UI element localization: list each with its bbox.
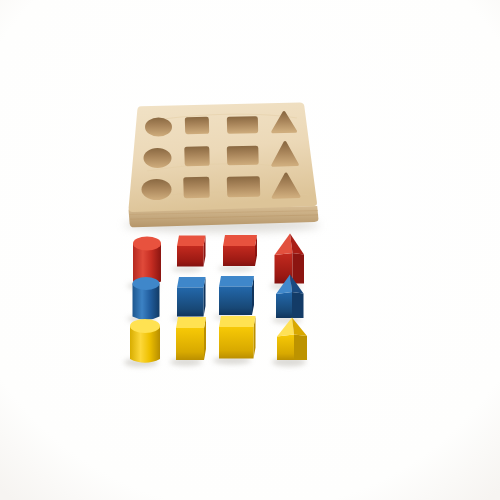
hole-square-r2[interactable] — [184, 146, 210, 166]
hole-circle-r2[interactable] — [144, 148, 172, 168]
shape-sorter-photo — [0, 0, 500, 500]
block-yellow-rectangle[interactable] — [219, 316, 256, 359]
block-yellow-cylinder[interactable] — [130, 319, 160, 363]
hole-circle-r1[interactable] — [145, 118, 172, 137]
hole-rectangle-r3[interactable] — [227, 176, 261, 197]
shadow-red-cube — [172, 266, 202, 272]
shadow-red-rectangle — [218, 265, 254, 271]
hole-square-r1[interactable] — [185, 117, 209, 135]
photo-stage — [0, 0, 500, 500]
hole-rectangle-r1[interactable] — [227, 116, 258, 134]
block-blue-rectangle[interactable] — [219, 276, 254, 315]
block-yellow-cube[interactable] — [176, 317, 206, 360]
puzzle-board — [124, 102, 320, 232]
block-blue-cube[interactable] — [177, 277, 206, 317]
block-red-rectangle[interactable] — [223, 235, 257, 266]
hole-circle-r3[interactable] — [142, 179, 172, 200]
block-red-cube[interactable] — [177, 236, 206, 267]
block-blue-cylinder[interactable] — [133, 277, 160, 320]
hole-square-r3[interactable] — [183, 177, 210, 199]
hole-rectangle-r2[interactable] — [227, 146, 259, 166]
